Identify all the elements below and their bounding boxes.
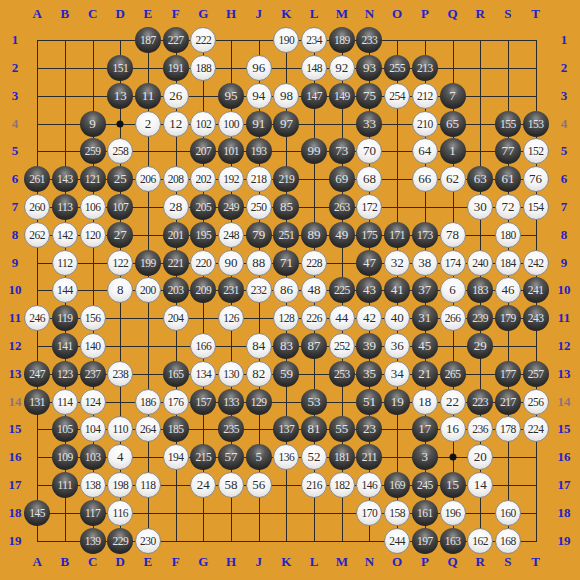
stone-J10[interactable]: 232 xyxy=(246,277,272,303)
stone-T15[interactable]: 224 xyxy=(523,416,549,442)
stone-K9[interactable]: 71 xyxy=(273,250,299,276)
right-row-label-12: 12 xyxy=(558,338,571,354)
stone-P14[interactable]: 18 xyxy=(412,389,438,415)
stone-N17[interactable]: 146 xyxy=(356,472,382,498)
stone-D13[interactable]: 238 xyxy=(107,361,133,387)
top-col-label-K: K xyxy=(281,6,291,22)
stone-L10[interactable]: 48 xyxy=(301,277,327,303)
stone-P15[interactable]: 17 xyxy=(412,416,438,442)
stone-Q15[interactable]: 16 xyxy=(440,416,466,442)
stone-O18[interactable]: 158 xyxy=(384,500,410,526)
stone-T9[interactable]: 242 xyxy=(523,250,549,276)
stone-O3[interactable]: 254 xyxy=(384,83,410,109)
stone-M7[interactable]: 263 xyxy=(329,194,355,220)
stone-O8[interactable]: 171 xyxy=(384,222,410,248)
stone-S9[interactable]: 184 xyxy=(495,250,521,276)
stone-M1[interactable]: 189 xyxy=(329,27,355,53)
stone-C15[interactable]: 104 xyxy=(80,416,106,442)
stone-J4[interactable]: 91 xyxy=(246,111,272,137)
stone-C18[interactable]: 117 xyxy=(80,500,106,526)
stone-E3[interactable]: 11 xyxy=(135,83,161,109)
stone-B17[interactable]: 111 xyxy=(52,472,78,498)
stone-A7[interactable]: 260 xyxy=(24,194,50,220)
stone-R16[interactable]: 20 xyxy=(467,444,493,470)
stone-C19[interactable]: 139 xyxy=(80,528,106,554)
stone-G10[interactable]: 209 xyxy=(190,277,216,303)
stone-O12[interactable]: 36 xyxy=(384,333,410,359)
stone-K10[interactable]: 86 xyxy=(273,277,299,303)
stone-M17[interactable]: 182 xyxy=(329,472,355,498)
stone-H8[interactable]: 248 xyxy=(218,222,244,248)
stone-O19[interactable]: 244 xyxy=(384,528,410,554)
right-row-label-5: 5 xyxy=(561,143,568,159)
stone-D7[interactable]: 107 xyxy=(107,194,133,220)
stone-D3[interactable]: 13 xyxy=(107,83,133,109)
top-col-label-B: B xyxy=(61,6,70,22)
stone-H5[interactable]: 101 xyxy=(218,138,244,164)
right-row-label-19: 19 xyxy=(558,533,571,549)
top-col-label-A: A xyxy=(32,6,41,22)
stone-O9[interactable]: 32 xyxy=(384,250,410,276)
stone-G14[interactable]: 157 xyxy=(190,389,216,415)
stone-N11[interactable]: 42 xyxy=(356,305,382,331)
left-row-label-7: 7 xyxy=(12,199,19,215)
stone-D15[interactable]: 110 xyxy=(107,416,133,442)
stone-T5[interactable]: 152 xyxy=(523,138,549,164)
stone-K7[interactable]: 85 xyxy=(273,194,299,220)
star-point-Q16 xyxy=(449,454,456,461)
left-row-label-19: 19 xyxy=(9,533,22,549)
stone-P19[interactable]: 197 xyxy=(412,528,438,554)
stone-L16[interactable]: 52 xyxy=(301,444,327,470)
stone-G2[interactable]: 188 xyxy=(190,55,216,81)
stone-Q14[interactable]: 22 xyxy=(440,389,466,415)
right-row-label-4: 4 xyxy=(561,116,568,132)
stone-S4[interactable]: 155 xyxy=(495,111,521,137)
stone-Q19[interactable]: 163 xyxy=(440,528,466,554)
stone-C13[interactable]: 237 xyxy=(80,361,106,387)
stone-L3[interactable]: 147 xyxy=(301,83,327,109)
stone-B12[interactable]: 141 xyxy=(52,333,78,359)
stone-H14[interactable]: 133 xyxy=(218,389,244,415)
stone-Q6[interactable]: 62 xyxy=(440,166,466,192)
stone-J2[interactable]: 96 xyxy=(246,55,272,81)
stone-C11[interactable]: 156 xyxy=(80,305,106,331)
stone-F2[interactable]: 191 xyxy=(163,55,189,81)
stone-C6[interactable]: 121 xyxy=(80,166,106,192)
stone-G4[interactable]: 102 xyxy=(190,111,216,137)
bottom-col-label-Q: Q xyxy=(447,554,457,570)
bottom-col-label-C: C xyxy=(88,554,97,570)
stone-C16[interactable]: 103 xyxy=(80,444,106,470)
stone-B7[interactable]: 113 xyxy=(52,194,78,220)
stone-A18[interactable]: 145 xyxy=(24,500,50,526)
top-col-label-R: R xyxy=(476,6,485,22)
stone-F11[interactable]: 204 xyxy=(163,305,189,331)
stone-L5[interactable]: 99 xyxy=(301,138,327,164)
stone-Q11[interactable]: 266 xyxy=(440,305,466,331)
stone-B8[interactable]: 142 xyxy=(52,222,78,248)
stone-G12[interactable]: 166 xyxy=(190,333,216,359)
bottom-col-label-D: D xyxy=(116,554,125,570)
right-row-label-6: 6 xyxy=(561,171,568,187)
stone-F16[interactable]: 194 xyxy=(163,444,189,470)
stone-M13[interactable]: 253 xyxy=(329,361,355,387)
stone-G17[interactable]: 24 xyxy=(190,472,216,498)
stone-S6[interactable]: 61 xyxy=(495,166,521,192)
stone-A14[interactable]: 131 xyxy=(24,389,50,415)
stone-N6[interactable]: 68 xyxy=(356,166,382,192)
stone-J6[interactable]: 218 xyxy=(246,166,272,192)
stone-E4[interactable]: 2 xyxy=(135,111,161,137)
stone-J8[interactable]: 79 xyxy=(246,222,272,248)
stone-H4[interactable]: 100 xyxy=(218,111,244,137)
stone-L9[interactable]: 228 xyxy=(301,250,327,276)
stone-C12[interactable]: 140 xyxy=(80,333,106,359)
stone-C17[interactable]: 138 xyxy=(80,472,106,498)
stone-L17[interactable]: 216 xyxy=(301,472,327,498)
stone-M8[interactable]: 49 xyxy=(329,222,355,248)
stone-K12[interactable]: 83 xyxy=(273,333,299,359)
stone-B9[interactable]: 112 xyxy=(52,250,78,276)
stone-S14[interactable]: 217 xyxy=(495,389,521,415)
stone-D9[interactable]: 122 xyxy=(107,250,133,276)
stone-F8[interactable]: 201 xyxy=(163,222,189,248)
left-row-label-13: 13 xyxy=(9,366,22,382)
top-col-label-E: E xyxy=(144,6,153,22)
stone-K4[interactable]: 97 xyxy=(273,111,299,137)
stone-M5[interactable]: 73 xyxy=(329,138,355,164)
stone-R11[interactable]: 239 xyxy=(467,305,493,331)
right-row-label-7: 7 xyxy=(561,199,568,215)
stone-F9[interactable]: 221 xyxy=(163,250,189,276)
bottom-col-label-B: B xyxy=(61,554,70,570)
left-row-label-2: 2 xyxy=(12,60,19,76)
stone-B13[interactable]: 123 xyxy=(52,361,78,387)
stone-T7[interactable]: 154 xyxy=(523,194,549,220)
stone-Q5[interactable]: 1 xyxy=(440,138,466,164)
bottom-col-label-J: J xyxy=(255,554,262,570)
stone-A6[interactable]: 261 xyxy=(24,166,50,192)
stone-D6[interactable]: 25 xyxy=(107,166,133,192)
stone-B11[interactable]: 119 xyxy=(52,305,78,331)
stone-M11[interactable]: 44 xyxy=(329,305,355,331)
top-col-label-G: G xyxy=(198,6,208,22)
stone-K8[interactable]: 251 xyxy=(273,222,299,248)
stone-H15[interactable]: 235 xyxy=(218,416,244,442)
bottom-col-label-H: H xyxy=(226,554,236,570)
stone-Q13[interactable]: 265 xyxy=(440,361,466,387)
stone-R14[interactable]: 223 xyxy=(467,389,493,415)
stone-D19[interactable]: 229 xyxy=(107,528,133,554)
stone-G8[interactable]: 195 xyxy=(190,222,216,248)
top-col-label-N: N xyxy=(365,6,374,22)
stone-T4[interactable]: 153 xyxy=(523,111,549,137)
stone-R17[interactable]: 14 xyxy=(467,472,493,498)
stone-J9[interactable]: 88 xyxy=(246,250,272,276)
stone-O14[interactable]: 19 xyxy=(384,389,410,415)
stone-F7[interactable]: 28 xyxy=(163,194,189,220)
stone-J7[interactable]: 250 xyxy=(246,194,272,220)
stone-J3[interactable]: 94 xyxy=(246,83,272,109)
stone-E6[interactable]: 206 xyxy=(135,166,161,192)
stone-Q17[interactable]: 15 xyxy=(440,472,466,498)
bottom-col-label-P: P xyxy=(421,554,429,570)
stone-S13[interactable]: 177 xyxy=(495,361,521,387)
stone-P9[interactable]: 38 xyxy=(412,250,438,276)
stone-B10[interactable]: 144 xyxy=(52,277,78,303)
stone-O11[interactable]: 40 xyxy=(384,305,410,331)
stone-N12[interactable]: 39 xyxy=(356,333,382,359)
stone-Q9[interactable]: 174 xyxy=(440,250,466,276)
stone-P4[interactable]: 210 xyxy=(412,111,438,137)
stone-B6[interactable]: 143 xyxy=(52,166,78,192)
right-row-label-16: 16 xyxy=(558,449,571,465)
top-col-label-F: F xyxy=(172,6,180,22)
right-row-label-15: 15 xyxy=(558,421,571,437)
left-row-label-8: 8 xyxy=(12,227,19,243)
stone-S8[interactable]: 180 xyxy=(495,222,521,248)
stone-N16[interactable]: 211 xyxy=(356,444,382,470)
stone-K6[interactable]: 219 xyxy=(273,166,299,192)
stone-N9[interactable]: 47 xyxy=(356,250,382,276)
stone-D5[interactable]: 258 xyxy=(107,138,133,164)
stone-N3[interactable]: 75 xyxy=(356,83,382,109)
stone-G5[interactable]: 207 xyxy=(190,138,216,164)
stone-D16[interactable]: 4 xyxy=(107,444,133,470)
bottom-col-label-A: A xyxy=(32,554,41,570)
stone-T14[interactable]: 256 xyxy=(523,389,549,415)
stone-R19[interactable]: 162 xyxy=(467,528,493,554)
stone-K11[interactable]: 128 xyxy=(273,305,299,331)
stone-M15[interactable]: 55 xyxy=(329,416,355,442)
stone-R7[interactable]: 30 xyxy=(467,194,493,220)
bottom-col-label-O: O xyxy=(392,554,402,570)
top-col-label-S: S xyxy=(504,6,511,22)
stone-C14[interactable]: 124 xyxy=(80,389,106,415)
stone-N13[interactable]: 35 xyxy=(356,361,382,387)
stone-N7[interactable]: 172 xyxy=(356,194,382,220)
stone-E9[interactable]: 199 xyxy=(135,250,161,276)
stone-J12[interactable]: 84 xyxy=(246,333,272,359)
top-col-label-Q: Q xyxy=(447,6,457,22)
stone-N2[interactable]: 93 xyxy=(356,55,382,81)
stone-T13[interactable]: 257 xyxy=(523,361,549,387)
bottom-col-label-F: F xyxy=(172,554,180,570)
stone-N18[interactable]: 170 xyxy=(356,500,382,526)
star-point-D4 xyxy=(117,120,124,127)
stone-R12[interactable]: 29 xyxy=(467,333,493,359)
stone-Q3[interactable]: 7 xyxy=(440,83,466,109)
top-col-label-J: J xyxy=(255,6,262,22)
stone-K1[interactable]: 190 xyxy=(273,27,299,53)
stone-Q4[interactable]: 65 xyxy=(440,111,466,137)
stone-E1[interactable]: 187 xyxy=(135,27,161,53)
stone-P13[interactable]: 21 xyxy=(412,361,438,387)
stone-F14[interactable]: 176 xyxy=(163,389,189,415)
stone-F1[interactable]: 227 xyxy=(163,27,189,53)
top-col-label-H: H xyxy=(226,6,236,22)
stone-A11[interactable]: 246 xyxy=(24,305,50,331)
stone-G1[interactable]: 222 xyxy=(190,27,216,53)
stone-D8[interactable]: 27 xyxy=(107,222,133,248)
stone-L1[interactable]: 234 xyxy=(301,27,327,53)
stone-F10[interactable]: 203 xyxy=(163,277,189,303)
stone-H17[interactable]: 58 xyxy=(218,472,244,498)
stone-G16[interactable]: 215 xyxy=(190,444,216,470)
stone-P17[interactable]: 245 xyxy=(412,472,438,498)
stone-H6[interactable]: 192 xyxy=(218,166,244,192)
stone-C4[interactable]: 9 xyxy=(80,111,106,137)
stone-B15[interactable]: 105 xyxy=(52,416,78,442)
stone-K13[interactable]: 59 xyxy=(273,361,299,387)
stone-N10[interactable]: 43 xyxy=(356,277,382,303)
stone-P5[interactable]: 64 xyxy=(412,138,438,164)
stone-H3[interactable]: 95 xyxy=(218,83,244,109)
bottom-col-label-K: K xyxy=(281,554,291,570)
stone-Q18[interactable]: 196 xyxy=(440,500,466,526)
right-row-label-1: 1 xyxy=(561,32,568,48)
right-row-label-13: 13 xyxy=(558,366,571,382)
stone-N5[interactable]: 70 xyxy=(356,138,382,164)
stone-O13[interactable]: 34 xyxy=(384,361,410,387)
stone-O10[interactable]: 41 xyxy=(384,277,410,303)
stone-J14[interactable]: 129 xyxy=(246,389,272,415)
stone-E14[interactable]: 186 xyxy=(135,389,161,415)
stone-P6[interactable]: 66 xyxy=(412,166,438,192)
stone-H10[interactable]: 231 xyxy=(218,277,244,303)
stone-F4[interactable]: 12 xyxy=(163,111,189,137)
stone-M16[interactable]: 181 xyxy=(329,444,355,470)
stone-L12[interactable]: 87 xyxy=(301,333,327,359)
stone-H9[interactable]: 90 xyxy=(218,250,244,276)
go-kifu-screen: ABCDEFGHJKLMNOPQRST ABCDEFGHJKLMNOPQRST … xyxy=(0,0,580,580)
stone-J13[interactable]: 82 xyxy=(246,361,272,387)
stone-S5[interactable]: 77 xyxy=(495,138,521,164)
stone-M12[interactable]: 252 xyxy=(329,333,355,359)
stone-C7[interactable]: 106 xyxy=(80,194,106,220)
stone-P18[interactable]: 161 xyxy=(412,500,438,526)
bottom-col-label-M: M xyxy=(336,554,348,570)
stone-S19[interactable]: 168 xyxy=(495,528,521,554)
stone-M3[interactable]: 149 xyxy=(329,83,355,109)
stone-N4[interactable]: 33 xyxy=(356,111,382,137)
stone-F6[interactable]: 208 xyxy=(163,166,189,192)
stone-H13[interactable]: 130 xyxy=(218,361,244,387)
stone-H16[interactable]: 57 xyxy=(218,444,244,470)
stone-A13[interactable]: 247 xyxy=(24,361,50,387)
stone-M2[interactable]: 92 xyxy=(329,55,355,81)
stone-H7[interactable]: 249 xyxy=(218,194,244,220)
stone-N14[interactable]: 51 xyxy=(356,389,382,415)
top-col-label-L: L xyxy=(310,6,319,22)
top-col-label-T: T xyxy=(531,6,540,22)
stone-K3[interactable]: 98 xyxy=(273,83,299,109)
stone-C8[interactable]: 120 xyxy=(80,222,106,248)
stone-J17[interactable]: 56 xyxy=(246,472,272,498)
stone-S10[interactable]: 46 xyxy=(495,277,521,303)
stone-S18[interactable]: 160 xyxy=(495,500,521,526)
stone-N8[interactable]: 175 xyxy=(356,222,382,248)
stone-S15[interactable]: 178 xyxy=(495,416,521,442)
stone-D18[interactable]: 116 xyxy=(107,500,133,526)
stone-N1[interactable]: 233 xyxy=(356,27,382,53)
stone-H11[interactable]: 126 xyxy=(218,305,244,331)
stone-P16[interactable]: 3 xyxy=(412,444,438,470)
stone-R9[interactable]: 240 xyxy=(467,250,493,276)
stone-L11[interactable]: 226 xyxy=(301,305,327,331)
stone-J5[interactable]: 193 xyxy=(246,138,272,164)
bottom-col-label-S: S xyxy=(504,554,511,570)
bottom-col-label-L: L xyxy=(310,554,319,570)
stone-L14[interactable]: 53 xyxy=(301,389,327,415)
stone-G13[interactable]: 134 xyxy=(190,361,216,387)
top-col-label-P: P xyxy=(421,6,429,22)
stone-B14[interactable]: 114 xyxy=(52,389,78,415)
top-col-label-M: M xyxy=(336,6,348,22)
stone-E17[interactable]: 118 xyxy=(135,472,161,498)
stone-D2[interactable]: 151 xyxy=(107,55,133,81)
stone-P10[interactable]: 37 xyxy=(412,277,438,303)
stone-P8[interactable]: 173 xyxy=(412,222,438,248)
stone-T10[interactable]: 241 xyxy=(523,277,549,303)
stone-F13[interactable]: 165 xyxy=(163,361,189,387)
stone-P3[interactable]: 212 xyxy=(412,83,438,109)
stone-R15[interactable]: 236 xyxy=(467,416,493,442)
stone-G9[interactable]: 220 xyxy=(190,250,216,276)
stone-S7[interactable]: 72 xyxy=(495,194,521,220)
right-row-label-14: 14 xyxy=(558,394,571,410)
stone-P2[interactable]: 213 xyxy=(412,55,438,81)
stone-R10[interactable]: 183 xyxy=(467,277,493,303)
stone-T11[interactable]: 243 xyxy=(523,305,549,331)
stone-R6[interactable]: 63 xyxy=(467,166,493,192)
stone-M6[interactable]: 69 xyxy=(329,166,355,192)
stone-P11[interactable]: 31 xyxy=(412,305,438,331)
stone-J16[interactable]: 5 xyxy=(246,444,272,470)
stone-B16[interactable]: 109 xyxy=(52,444,78,470)
stone-S11[interactable]: 179 xyxy=(495,305,521,331)
stone-L15[interactable]: 81 xyxy=(301,416,327,442)
stone-G7[interactable]: 205 xyxy=(190,194,216,220)
stone-Q8[interactable]: 78 xyxy=(440,222,466,248)
stone-P12[interactable]: 45 xyxy=(412,333,438,359)
stone-E15[interactable]: 264 xyxy=(135,416,161,442)
stone-D17[interactable]: 198 xyxy=(107,472,133,498)
stone-G6[interactable]: 202 xyxy=(190,166,216,192)
stone-O17[interactable]: 169 xyxy=(384,472,410,498)
stone-O2[interactable]: 255 xyxy=(384,55,410,81)
stone-F15[interactable]: 185 xyxy=(163,416,189,442)
stone-A8[interactable]: 262 xyxy=(24,222,50,248)
stone-Q10[interactable]: 6 xyxy=(440,277,466,303)
stone-C5[interactable]: 259 xyxy=(80,138,106,164)
stone-L2[interactable]: 148 xyxy=(301,55,327,81)
left-row-label-10: 10 xyxy=(9,282,22,298)
stone-T6[interactable]: 76 xyxy=(523,166,549,192)
stone-D10[interactable]: 8 xyxy=(107,277,133,303)
stone-K15[interactable]: 137 xyxy=(273,416,299,442)
stone-K16[interactable]: 136 xyxy=(273,444,299,470)
stone-F3[interactable]: 26 xyxy=(163,83,189,109)
stone-N15[interactable]: 23 xyxy=(356,416,382,442)
left-row-label-11: 11 xyxy=(9,310,21,326)
stone-M10[interactable]: 225 xyxy=(329,277,355,303)
stone-E19[interactable]: 230 xyxy=(135,528,161,554)
stone-L8[interactable]: 89 xyxy=(301,222,327,248)
right-row-label-11: 11 xyxy=(558,310,570,326)
stone-E10[interactable]: 200 xyxy=(135,277,161,303)
